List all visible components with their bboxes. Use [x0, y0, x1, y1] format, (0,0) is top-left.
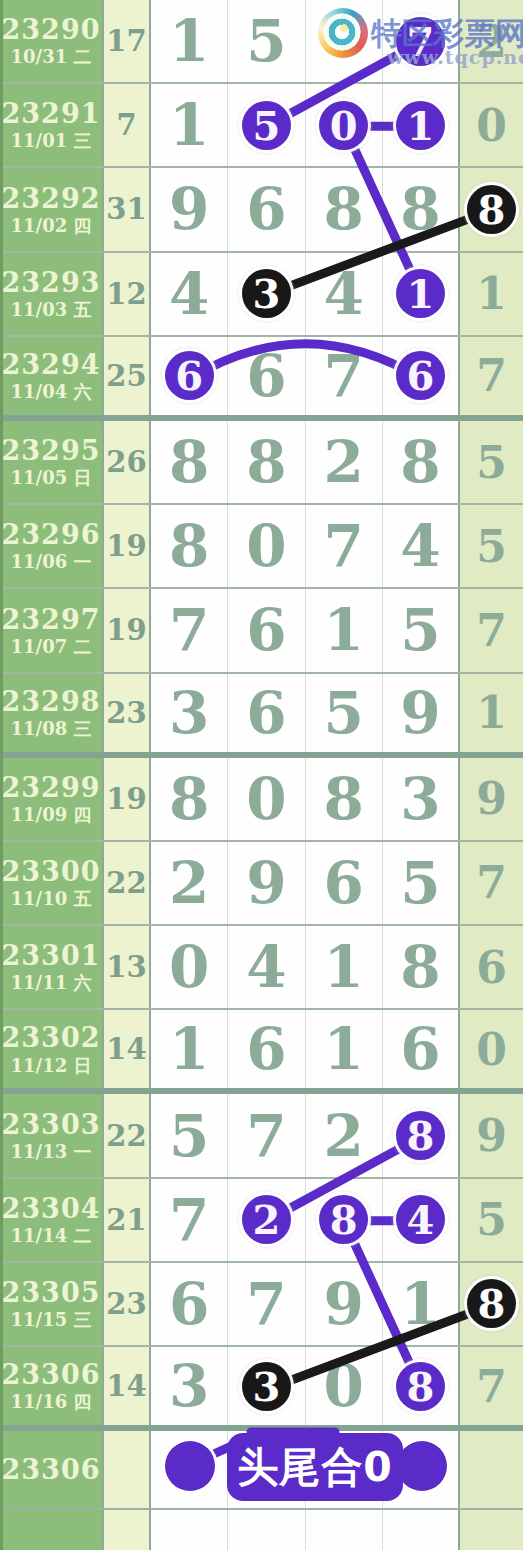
digit-cell-2: 7	[228, 1094, 305, 1176]
digit-cell-3: 1	[306, 589, 383, 671]
draw-date: 11/08 三	[11, 719, 92, 740]
digit-1: 7	[169, 1186, 209, 1254]
issue-cell: 23301 11/11 六	[0, 926, 104, 1008]
chart-row: 23298 11/08 三 23 3 6 5 9 1	[0, 674, 523, 758]
digit-cell-4: 5	[383, 842, 460, 924]
digit-4: 4	[396, 1195, 445, 1244]
digit-4: 8	[400, 175, 440, 243]
issue-cell: 23295 11/05 日	[0, 421, 104, 503]
chart-row: 23306 11/16 四 14 3 3 0 8 7	[0, 1347, 523, 1431]
chart-row: 23304 11/14 二 21 7 2 8 4 5	[0, 1179, 523, 1263]
digit-cell-4: 1	[383, 1263, 460, 1345]
chart-row: 23292 11/02 四 31 9 6 8 8 8	[0, 168, 523, 252]
digit-4: 7	[396, 17, 445, 66]
stat-cell: 22	[104, 842, 151, 924]
digit-cell-4: 5	[383, 589, 460, 671]
digit-2: 4	[246, 933, 286, 1001]
digit-cell-1: 8	[151, 421, 228, 503]
digit-3: 6	[323, 849, 363, 917]
issue-cell: 23306 11/16 四	[0, 1347, 104, 1425]
draw-date: 11/03 五	[11, 300, 92, 321]
stat-value: 22	[106, 1119, 146, 1153]
digit-cell-1: 2	[151, 842, 228, 924]
tail-digit: 5	[476, 521, 507, 572]
chart-row: 23303 11/13 一 22 5 7 2 8 9	[0, 1094, 523, 1178]
digit-2: 6	[246, 679, 286, 747]
tail-digit: 7	[476, 857, 507, 908]
digit-cell-1: 7	[151, 1179, 228, 1261]
stat-cell: 19	[104, 758, 151, 840]
draw-date: 10/31 二	[11, 47, 92, 68]
draw-date: 11/15 三	[11, 1310, 92, 1331]
stat-cell: 12	[104, 253, 151, 335]
digit-1: 1	[169, 7, 209, 75]
issue-number: 23300	[2, 856, 101, 887]
digit-2: 3	[242, 1362, 291, 1411]
digit-3: 1	[323, 933, 363, 1001]
digit-2: 2	[242, 1195, 291, 1244]
issue-number: 23305	[2, 1277, 101, 1308]
partial-row	[0, 1510, 523, 1550]
issue-number: 23295	[2, 435, 101, 466]
tail-digit: 8	[467, 185, 516, 234]
digit-4: 6	[400, 1015, 440, 1083]
tail-digit: 9	[476, 1110, 507, 1161]
summary-tail-dot	[397, 1441, 447, 1491]
digit-2: 0	[246, 512, 286, 580]
digit-cell-3: 0	[306, 84, 383, 166]
digit-4: 1	[396, 101, 445, 150]
digit-4: 5	[400, 596, 440, 664]
stat-cell: 21	[104, 1179, 151, 1261]
summary-issue-number: 23306	[2, 1454, 101, 1485]
draw-date: 11/02 四	[11, 216, 92, 237]
digit-cell-4: 4	[383, 505, 460, 587]
digit-cell-3: 6	[306, 842, 383, 924]
draw-date: 11/12 日	[11, 1056, 92, 1077]
tail-digit: 6	[476, 942, 507, 993]
issue-number: 23304	[2, 1193, 101, 1224]
stat-cell: 14	[104, 1010, 151, 1088]
draw-date: 11/07 二	[11, 637, 92, 658]
tail-cell: 2	[460, 0, 523, 82]
digit-2: 6	[246, 596, 286, 664]
issue-cell: 23300 11/10 五	[0, 842, 104, 924]
digit-cell-3: 1	[306, 926, 383, 1008]
digit-cell-1: 3	[151, 1347, 228, 1425]
digit-cell-2: 6	[228, 1010, 305, 1088]
digit-cell-2: 2	[228, 1179, 305, 1261]
digit-3: 8	[323, 765, 363, 833]
digit-cell-2: 5	[228, 0, 305, 82]
tail-digit: 1	[476, 268, 507, 319]
tail-cell: 1	[460, 674, 523, 752]
tail-cell: 7	[460, 842, 523, 924]
summary-issue-cell: 23306	[0, 1431, 104, 1508]
digit-cell-2: 8	[228, 421, 305, 503]
issue-cell: 23293 11/03 五	[0, 253, 104, 335]
tail-cell: 1	[460, 253, 523, 335]
digit-4: 8	[396, 1362, 445, 1411]
stat-value: 19	[106, 782, 146, 816]
issue-number: 23303	[2, 1109, 101, 1140]
chart-row: 23300 11/10 五 22 2 9 6 5 7	[0, 842, 523, 926]
issue-cell: 23299 11/09 四	[0, 758, 104, 840]
digit-cell-4: 6	[383, 1010, 460, 1088]
digit-cell-4: 8	[383, 1094, 460, 1176]
digit-2: 3	[242, 269, 291, 318]
digit-cell-1: 5	[151, 1094, 228, 1176]
digit-2: 7	[246, 1102, 286, 1170]
stat-cell: 7	[104, 84, 151, 166]
digit-cell-2: 9	[228, 842, 305, 924]
digit-cell-1: 8	[151, 758, 228, 840]
digit-2: 0	[246, 765, 286, 833]
digit-cell-3: 7	[306, 505, 383, 587]
draw-date: 11/16 四	[11, 1392, 92, 1413]
tail-digit: 8	[467, 1279, 516, 1328]
tail-digit: 0	[476, 1024, 507, 1075]
digit-3: 7	[323, 512, 363, 580]
digit-2: 7	[246, 1270, 286, 1338]
digit-3: 2	[323, 428, 363, 496]
digit-4: 1	[396, 269, 445, 318]
digit-cell-1: 9	[151, 168, 228, 250]
digit-1: 6	[169, 1270, 209, 1338]
tail-digit: 7	[476, 605, 507, 656]
digit-cell-2: 3	[228, 1347, 305, 1425]
chart-row: 23291 11/01 三 7 1 5 0 1 0	[0, 84, 523, 168]
stat-value: 23	[106, 696, 146, 730]
summary-head-dot	[165, 1441, 215, 1491]
tail-cell: 5	[460, 1179, 523, 1261]
digit-cell-4: 6	[383, 337, 460, 415]
digit-cell-3: 8	[306, 168, 383, 250]
stat-value: 7	[116, 108, 136, 142]
tail-digit: 2	[476, 16, 507, 67]
digit-cell-2: 0	[228, 505, 305, 587]
digit-2: 5	[242, 101, 291, 150]
digit-cell-1: 1	[151, 0, 228, 82]
issue-cell: 23302 11/12 日	[0, 1010, 104, 1088]
tail-cell: 7	[460, 1347, 523, 1425]
stat-value: 17	[106, 24, 146, 58]
stat-cell: 23	[104, 1263, 151, 1345]
digit-cell-4: 9	[383, 674, 460, 752]
issue-number: 23294	[2, 349, 101, 380]
chart-row: 23296 11/06 一 19 8 0 7 4 5	[0, 505, 523, 589]
tail-digit: 1	[476, 687, 507, 738]
digit-4: 8	[400, 428, 440, 496]
digit-4: 6	[396, 351, 445, 400]
draw-date: 11/14 二	[11, 1226, 92, 1247]
stat-value: 31	[106, 192, 146, 226]
stat-cell: 13	[104, 926, 151, 1008]
digit-2: 9	[246, 849, 286, 917]
digit-2: 8	[246, 428, 286, 496]
stat-value: 25	[106, 359, 146, 393]
digit-cell-4: 8	[383, 926, 460, 1008]
digit-1: 5	[169, 1102, 209, 1170]
issue-number: 23291	[2, 98, 101, 129]
digit-1: 8	[169, 765, 209, 833]
stat-value: 22	[106, 866, 146, 900]
tail-cell: 7	[460, 589, 523, 671]
digit-1: 8	[169, 428, 209, 496]
digit-cell-2: 6	[228, 589, 305, 671]
digit-3: 2	[323, 1102, 363, 1170]
stat-cell: 31	[104, 168, 151, 250]
digit-3: 1	[323, 1015, 363, 1083]
issue-number: 23306	[2, 1359, 101, 1390]
digit-cell-2: 0	[228, 758, 305, 840]
tail-digit: 7	[476, 350, 507, 401]
digit-cell-4: 7	[383, 0, 460, 82]
digit-1: 6	[165, 351, 214, 400]
tail-digit: 7	[476, 1361, 507, 1412]
stat-cell: 19	[104, 505, 151, 587]
chart-row: 23299 11/09 四 19 8 0 8 3 9	[0, 758, 523, 842]
stat-value: 19	[106, 529, 146, 563]
digit-3: 0	[323, 1352, 363, 1420]
tail-digit: 5	[476, 437, 507, 488]
stat-value: 12	[106, 277, 146, 311]
stat-cell: 19	[104, 589, 151, 671]
digit-4: 4	[400, 512, 440, 580]
issue-cell: 23291 11/01 三	[0, 84, 104, 166]
digit-3: 8	[323, 175, 363, 243]
chart-row: 23302 11/12 日 14 1 6 1 6 0	[0, 1010, 523, 1094]
digit-cell-3: 7	[306, 337, 383, 415]
chart-row: 23295 11/05 日 26 8 8 2 8 5	[0, 421, 523, 505]
tail-cell: 7	[460, 337, 523, 415]
digit-2: 5	[246, 7, 286, 75]
digit-cell-3: 2	[306, 421, 383, 503]
tail-cell: 9	[460, 1094, 523, 1176]
draw-date: 11/11 六	[11, 973, 92, 994]
digit-cell-1: 7	[151, 589, 228, 671]
issue-number: 23301	[2, 940, 101, 971]
summary-stat-cell	[104, 1431, 151, 1508]
chart-row: 23294 11/04 六 25 6 6 7 6 7	[0, 337, 523, 421]
chart-row: 23293 11/03 五 12 4 3 4 1 1	[0, 253, 523, 337]
draw-date: 11/10 五	[11, 889, 92, 910]
tail-cell: 0	[460, 84, 523, 166]
issue-cell: 23296 11/06 一	[0, 505, 104, 587]
issue-number: 23298	[2, 686, 101, 717]
digit-4: 5	[400, 849, 440, 917]
tail-cell: 0	[460, 1010, 523, 1088]
digit-1: 9	[169, 175, 209, 243]
stat-value: 26	[106, 445, 146, 479]
tail-cell: 9	[460, 758, 523, 840]
digit-cell-4: 1	[383, 84, 460, 166]
stat-value: 14	[106, 1369, 146, 1403]
issue-cell: 23297 11/07 二	[0, 589, 104, 671]
issue-number: 23302	[2, 1022, 101, 1053]
draw-date: 11/01 三	[11, 131, 92, 152]
digit-cell-1: 4	[151, 253, 228, 335]
issue-number: 23297	[2, 604, 101, 635]
digit-cell-3: 0	[306, 1347, 383, 1425]
digit-cell-3: 2	[306, 1094, 383, 1176]
digit-cell-2: 3	[228, 253, 305, 335]
stat-cell: 25	[104, 337, 151, 415]
digit-cell-1: 1	[151, 84, 228, 166]
digit-1: 4	[169, 260, 209, 328]
issue-cell: 23298 11/08 三	[0, 674, 104, 752]
digit-1: 0	[169, 933, 209, 1001]
issue-number: 23292	[2, 183, 101, 214]
stat-value: 21	[106, 1203, 146, 1237]
draw-date: 11/13 一	[11, 1142, 92, 1163]
digit-cell-3: 8	[306, 1179, 383, 1261]
digit-1: 3	[169, 1352, 209, 1420]
digit-cell-2: 4	[228, 926, 305, 1008]
stat-value: 23	[106, 1287, 146, 1321]
digit-4: 8	[400, 933, 440, 1001]
digit-cell-3: 1	[306, 1010, 383, 1088]
digit-4: 1	[400, 1270, 440, 1338]
tail-cell: 6	[460, 926, 523, 1008]
digit-4: 9	[400, 679, 440, 747]
stat-cell: 17	[104, 0, 151, 82]
digit-2: 6	[246, 1015, 286, 1083]
digit-4: 3	[400, 765, 440, 833]
digit-cell-4: 4	[383, 1179, 460, 1261]
tail-cell: 5	[460, 421, 523, 503]
issue-cell: 23294 11/04 六	[0, 337, 104, 415]
draw-date: 11/09 四	[11, 805, 92, 826]
lottery-trend-chart: 23290 10/31 二 17 1 5 7 2 23291 11/01 三 7…	[0, 0, 523, 1550]
tail-digit: 0	[476, 100, 507, 151]
digit-3: 9	[323, 1270, 363, 1338]
issue-number: 23296	[2, 519, 101, 550]
stat-value: 14	[106, 1032, 146, 1066]
issue-number: 23299	[2, 772, 101, 803]
digit-cell-2: 6	[228, 337, 305, 415]
tail-cell: 8	[460, 168, 523, 250]
digit-cell-1: 6	[151, 337, 228, 415]
chart-row: 23305 11/15 三 23 6 7 9 1 8	[0, 1263, 523, 1347]
digit-3: 1	[323, 596, 363, 664]
digit-3: 4	[323, 260, 363, 328]
digit-cell-2: 5	[228, 84, 305, 166]
digit-1: 2	[169, 849, 209, 917]
chart-row: 23297 11/07 二 19 7 6 1 5 7	[0, 589, 523, 673]
digit-cell-4: 3	[383, 758, 460, 840]
digit-3: 5	[323, 679, 363, 747]
issue-cell: 23292 11/02 四	[0, 168, 104, 250]
digit-cell-3: 9	[306, 1263, 383, 1345]
stat-cell: 23	[104, 674, 151, 752]
stat-cell: 22	[104, 1094, 151, 1176]
stat-cell: 14	[104, 1347, 151, 1425]
digit-1: 8	[169, 512, 209, 580]
digit-2: 6	[246, 175, 286, 243]
digit-3: 0	[319, 101, 368, 150]
digit-cell-1: 0	[151, 926, 228, 1008]
issue-number: 23293	[2, 267, 101, 298]
chart-row: 23290 10/31 二 17 1 5 7 2	[0, 0, 523, 84]
digit-cell-4: 8	[383, 168, 460, 250]
tail-cell: 8	[460, 1263, 523, 1345]
digit-2: 6	[246, 342, 286, 410]
digit-1: 3	[169, 679, 209, 747]
draw-date: 11/06 一	[11, 552, 92, 573]
chart-row: 23301 11/11 六 13 0 4 1 8 6	[0, 926, 523, 1010]
issue-number: 23290	[2, 14, 101, 45]
stat-value: 19	[106, 613, 146, 647]
draw-date: 11/05 日	[11, 468, 92, 489]
stat-value: 13	[106, 950, 146, 984]
digit-1: 7	[169, 596, 209, 664]
tail-digit: 9	[476, 773, 507, 824]
draw-date: 11/04 六	[11, 382, 92, 403]
digit-3: 7	[323, 342, 363, 410]
chart-rows: 23290 10/31 二 17 1 5 7 2 23291 11/01 三 7…	[0, 0, 523, 1431]
digit-cell-1: 3	[151, 674, 228, 752]
digit-cell-1: 8	[151, 505, 228, 587]
digit-cell-3	[306, 0, 383, 82]
digit-cell-1: 6	[151, 1263, 228, 1345]
digit-cell-3: 4	[306, 253, 383, 335]
digit-cell-3: 8	[306, 758, 383, 840]
tail-cell: 5	[460, 505, 523, 587]
digit-cell-2: 6	[228, 674, 305, 752]
digit-cell-4: 8	[383, 421, 460, 503]
issue-cell: 23290 10/31 二	[0, 0, 104, 82]
digit-cell-4: 8	[383, 1347, 460, 1425]
issue-cell: 23304 11/14 二	[0, 1179, 104, 1261]
issue-cell: 23305 11/15 三	[0, 1263, 104, 1345]
tail-digit: 5	[476, 1194, 507, 1245]
stat-cell: 26	[104, 421, 151, 503]
digit-cell-4: 1	[383, 253, 460, 335]
issue-cell: 23303 11/13 一	[0, 1094, 104, 1176]
digit-3: 8	[319, 1195, 368, 1244]
digit-4: 8	[396, 1111, 445, 1160]
digit-cell-1: 1	[151, 1010, 228, 1088]
digit-1: 1	[169, 91, 209, 159]
digit-cell-2: 6	[228, 168, 305, 250]
digit-cell-3: 5	[306, 674, 383, 752]
digit-cell-2: 7	[228, 1263, 305, 1345]
digit-1: 1	[169, 1015, 209, 1083]
summary-label: 头尾合0	[227, 1433, 403, 1501]
